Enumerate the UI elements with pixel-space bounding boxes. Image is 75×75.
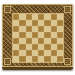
board-squares (13, 14, 63, 62)
chess-board (2, 4, 73, 70)
border-corner-ornament (4, 58, 11, 65)
border-corner-ornament (64, 58, 71, 65)
border-corner-ornament (64, 6, 71, 13)
border-corner-ornament (4, 6, 11, 13)
square-h1[interactable] (57, 56, 63, 62)
photo-background (0, 0, 75, 75)
board-border-mosaic (2, 4, 73, 67)
board-side-edge (2, 67, 73, 70)
